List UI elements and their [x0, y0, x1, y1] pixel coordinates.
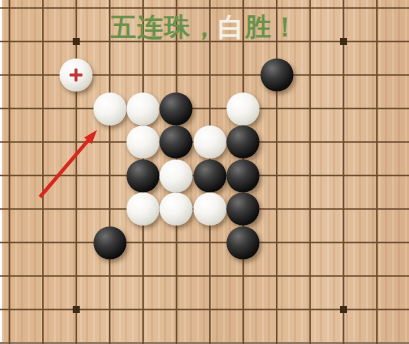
page-title: 五连珠，白胜！ — [0, 12, 409, 42]
title-segment: 白 — [218, 12, 245, 42]
red-arrow-annotation — [0, 0, 409, 344]
title-segment: 胜！ — [245, 12, 299, 42]
title-segment: 五连珠， — [110, 12, 218, 42]
gomoku-board[interactable]: 五连珠，白胜！ — [0, 0, 409, 344]
arrow-shaft — [40, 139, 89, 197]
